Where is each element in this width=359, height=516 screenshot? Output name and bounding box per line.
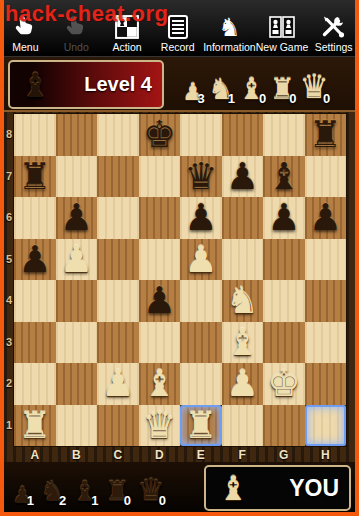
square-f2[interactable]: ♟ xyxy=(222,363,264,405)
square-b3[interactable] xyxy=(56,322,98,364)
square-a3[interactable] xyxy=(14,322,56,364)
square-d1[interactable]: ♛ xyxy=(139,405,181,447)
square-g5[interactable] xyxy=(263,239,305,281)
square-e4[interactable] xyxy=(180,280,222,322)
captured-count: 1 xyxy=(27,493,34,508)
square-e6[interactable]: ♟ xyxy=(180,197,222,239)
square-h7[interactable] xyxy=(305,156,347,198)
square-g3[interactable] xyxy=(263,322,305,364)
opponent-level-box: ♝ Level 4 xyxy=(8,60,164,109)
captured-count: 0 xyxy=(289,91,296,106)
square-d3[interactable] xyxy=(139,322,181,364)
captured-black-knight: ♞2 xyxy=(40,475,66,508)
square-c3[interactable] xyxy=(97,322,139,364)
square-c2[interactable]: ♟ xyxy=(97,363,139,405)
square-h2[interactable] xyxy=(305,363,347,405)
square-c5[interactable] xyxy=(97,239,139,281)
white-bishop[interactable]: ♝ xyxy=(222,322,264,364)
square-d2[interactable]: ♝ xyxy=(139,363,181,405)
square-h4[interactable] xyxy=(305,280,347,322)
square-a6[interactable] xyxy=(14,197,56,239)
white-pawn[interactable]: ♟ xyxy=(97,363,139,405)
white-king[interactable]: ♚ xyxy=(263,363,305,405)
black-rook[interactable]: ♜ xyxy=(14,156,56,198)
square-h1[interactable] xyxy=(305,405,347,447)
white-knight[interactable]: ♞ xyxy=(222,280,264,322)
opponent-bar: ♝ Level 4 ♟3♞1♝0♜0♛0 xyxy=(4,56,355,110)
settings-label: Settings xyxy=(315,41,353,53)
menu-label: Menu xyxy=(12,41,38,53)
square-d4[interactable]: ♟ xyxy=(139,280,181,322)
square-e2[interactable] xyxy=(180,363,222,405)
square-g1[interactable] xyxy=(263,405,305,447)
black-pawn[interactable]: ♟ xyxy=(222,156,264,198)
captured-white-knight: ♞1 xyxy=(208,72,235,106)
tools-icon xyxy=(320,13,347,41)
square-b1[interactable] xyxy=(56,405,98,447)
rank-label-7: 7 xyxy=(4,156,14,198)
captured-black-bishop: ♝1 xyxy=(72,475,98,508)
square-f1[interactable] xyxy=(222,405,264,447)
rank-label-3: 3 xyxy=(4,322,14,364)
player-bar: ♟1♞2♝1♜0♛0 ♝ YOU xyxy=(4,462,355,512)
black-bishop[interactable]: ♝ xyxy=(263,156,305,198)
black-pawn[interactable]: ♟ xyxy=(305,197,347,239)
captured-white-pawn: ♟3 xyxy=(182,78,205,106)
square-f8[interactable] xyxy=(222,114,264,156)
square-h8[interactable]: ♜ xyxy=(305,114,347,156)
square-f5[interactable] xyxy=(222,239,264,281)
white-bishop[interactable]: ♝ xyxy=(139,363,181,405)
square-b4[interactable] xyxy=(56,280,98,322)
level-label: Level 4 xyxy=(50,73,162,96)
captured-white-pieces-tray: ♟3♞1♝0♜0♛0 xyxy=(182,64,330,106)
black-pawn[interactable]: ♟ xyxy=(56,197,98,239)
white-pawn[interactable]: ♟ xyxy=(56,239,98,281)
square-g7[interactable]: ♝ xyxy=(263,156,305,198)
white-side-piece-icon: ♝ xyxy=(218,471,248,505)
square-a2[interactable] xyxy=(14,363,56,405)
square-d7[interactable] xyxy=(139,156,181,198)
square-a5[interactable]: ♟ xyxy=(14,239,56,281)
rank-label-4: 4 xyxy=(4,280,14,322)
square-h3[interactable] xyxy=(305,322,347,364)
square-c6[interactable] xyxy=(97,197,139,239)
white-rook[interactable]: ♜ xyxy=(180,405,222,447)
document-lines-icon xyxy=(166,13,190,41)
square-e3[interactable] xyxy=(180,322,222,364)
white-pawn[interactable]: ♟ xyxy=(180,239,222,281)
rank-label-2: 2 xyxy=(4,363,14,405)
watermark-text: hack-cheat.org xyxy=(5,1,169,27)
black-pawn[interactable]: ♟ xyxy=(139,280,181,322)
square-c7[interactable] xyxy=(97,156,139,198)
captured-count: 1 xyxy=(91,493,98,508)
square-g2[interactable]: ♚ xyxy=(263,363,305,405)
captured-black-pieces-tray: ♟1♞2♝1♜0♛0 xyxy=(12,468,166,508)
square-d6[interactable] xyxy=(139,197,181,239)
rank-label-8: 8 xyxy=(4,114,14,156)
square-f4[interactable]: ♞ xyxy=(222,280,264,322)
white-pawn[interactable]: ♟ xyxy=(222,363,264,405)
square-a8[interactable] xyxy=(14,114,56,156)
square-h5[interactable] xyxy=(305,239,347,281)
captured-count: 0 xyxy=(124,493,131,508)
new-game-button[interactable]: New Game xyxy=(256,0,309,56)
square-e8[interactable] xyxy=(180,114,222,156)
captured-count: 0 xyxy=(159,493,166,508)
captured-count: 1 xyxy=(228,91,235,106)
captured-black-queen: ♛0 xyxy=(137,472,166,508)
square-d5[interactable] xyxy=(139,239,181,281)
captured-white-rook: ♜0 xyxy=(269,72,296,106)
white-queen[interactable]: ♛ xyxy=(139,405,181,447)
captured-white-bishop: ♝0 xyxy=(238,71,266,106)
square-b5[interactable]: ♟ xyxy=(56,239,98,281)
black-queen[interactable]: ♛ xyxy=(180,156,222,198)
board-zone: 87654321 ♚♜♜♛♟♝♟♟♟♟♟♟♟♟♞♝♟♝♟♚♜♛♜ ABCDEFG… xyxy=(4,110,355,464)
square-g6[interactable]: ♟ xyxy=(263,197,305,239)
square-a7[interactable]: ♜ xyxy=(14,156,56,198)
captured-black-pawn: ♟1 xyxy=(12,482,34,508)
rank-label-1: 1 xyxy=(4,405,14,447)
white-rook[interactable]: ♜ xyxy=(14,405,56,447)
captured-white-queen: ♛0 xyxy=(299,67,330,106)
square-a4[interactable] xyxy=(14,280,56,322)
square-b7[interactable] xyxy=(56,156,98,198)
square-h6[interactable]: ♟ xyxy=(305,197,347,239)
knight-icon: ♞ xyxy=(218,13,240,41)
rank-label-6: 6 xyxy=(4,197,14,239)
player-you-box: ♝ YOU xyxy=(204,465,351,511)
new-game-label: New Game xyxy=(256,41,309,53)
square-c4[interactable] xyxy=(97,280,139,322)
information-button[interactable]: ♞ Information xyxy=(203,0,256,56)
captured-count: 0 xyxy=(259,91,266,106)
square-c1[interactable] xyxy=(97,405,139,447)
chess-app: Menu Undo Action xyxy=(0,0,359,516)
square-f7[interactable]: ♟ xyxy=(222,156,264,198)
record-label: Record xyxy=(161,41,195,53)
square-e1[interactable]: ♜ xyxy=(180,405,222,447)
settings-button[interactable]: Settings xyxy=(308,0,359,56)
you-label: YOU xyxy=(248,475,349,502)
black-pawn[interactable]: ♟ xyxy=(14,239,56,281)
black-pawn[interactable]: ♟ xyxy=(263,197,305,239)
two-boards-icon xyxy=(268,13,296,41)
square-f6[interactable] xyxy=(222,197,264,239)
rank-labels: 87654321 xyxy=(4,114,14,446)
square-g4[interactable] xyxy=(263,280,305,322)
black-pawn[interactable]: ♟ xyxy=(180,197,222,239)
black-rook[interactable]: ♜ xyxy=(305,114,347,156)
square-f3[interactable]: ♝ xyxy=(222,322,264,364)
square-e7[interactable]: ♛ xyxy=(180,156,222,198)
square-g8[interactable] xyxy=(263,114,305,156)
undo-label: Undo xyxy=(64,41,89,53)
captured-count: 3 xyxy=(198,91,205,106)
board: ♚♜♜♛♟♝♟♟♟♟♟♟♟♟♞♝♟♝♟♚♜♛♜ xyxy=(14,114,346,446)
square-c8[interactable] xyxy=(97,114,139,156)
captured-count: 0 xyxy=(323,91,330,106)
action-label: Action xyxy=(112,41,141,53)
captured-black-rook: ♜0 xyxy=(105,475,131,508)
captured-count: 2 xyxy=(59,493,66,508)
square-e5[interactable]: ♟ xyxy=(180,239,222,281)
square-d8[interactable]: ♚ xyxy=(139,114,181,156)
black-king[interactable]: ♚ xyxy=(139,114,181,156)
information-label: Information xyxy=(203,41,256,53)
square-a1[interactable]: ♜ xyxy=(14,405,56,447)
black-side-piece-icon: ♝ xyxy=(20,68,50,102)
square-b2[interactable] xyxy=(56,363,98,405)
square-b6[interactable]: ♟ xyxy=(56,197,98,239)
square-b8[interactable] xyxy=(56,114,98,156)
rank-label-5: 5 xyxy=(4,239,14,281)
